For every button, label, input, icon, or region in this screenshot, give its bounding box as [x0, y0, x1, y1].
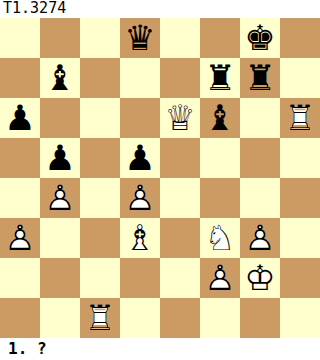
white-pawn-piece-fill: ♟: [120, 178, 160, 218]
square-f4[interactable]: [200, 178, 240, 218]
square-c3[interactable]: [80, 218, 120, 258]
black-queen-piece: ♛: [120, 18, 160, 58]
square-h6[interactable]: ♜♖: [280, 98, 320, 138]
move-prompt: 1. ?: [0, 338, 320, 360]
square-g4[interactable]: [240, 178, 280, 218]
black-rook-piece: ♜: [240, 58, 280, 98]
white-rook-piece: ♖: [280, 98, 320, 138]
white-king-piece-fill: ♚: [240, 258, 280, 298]
square-d2[interactable]: [120, 258, 160, 298]
square-a5[interactable]: [0, 138, 40, 178]
square-f8[interactable]: [200, 18, 240, 58]
white-knight-piece: ♘: [200, 218, 240, 258]
square-c8[interactable]: [80, 18, 120, 58]
square-f7[interactable]: ♜: [200, 58, 240, 98]
square-b5[interactable]: ♟: [40, 138, 80, 178]
square-a6[interactable]: ♟: [0, 98, 40, 138]
square-c7[interactable]: [80, 58, 120, 98]
square-d7[interactable]: [120, 58, 160, 98]
square-h4[interactable]: [280, 178, 320, 218]
square-b2[interactable]: [40, 258, 80, 298]
square-e3[interactable]: [160, 218, 200, 258]
square-f6[interactable]: ♝: [200, 98, 240, 138]
white-pawn-piece: ♙: [40, 178, 80, 218]
white-king-piece: ♔: [240, 258, 280, 298]
square-a3[interactable]: ♟♙: [0, 218, 40, 258]
square-b6[interactable]: [40, 98, 80, 138]
square-f3[interactable]: ♞♘: [200, 218, 240, 258]
square-c6[interactable]: [80, 98, 120, 138]
square-e6[interactable]: ♛♕: [160, 98, 200, 138]
white-rook-piece: ♖: [80, 298, 120, 338]
white-rook-piece-fill: ♜: [280, 98, 320, 138]
square-d8[interactable]: ♛: [120, 18, 160, 58]
square-a2[interactable]: [0, 258, 40, 298]
square-b1[interactable]: [40, 298, 80, 338]
black-bishop-piece: ♝: [40, 58, 80, 98]
square-e2[interactable]: [160, 258, 200, 298]
white-pawn-piece-fill: ♟: [40, 178, 80, 218]
white-pawn-piece-fill: ♟: [200, 258, 240, 298]
white-queen-piece-fill: ♛: [160, 98, 200, 138]
square-h5[interactable]: [280, 138, 320, 178]
square-c4[interactable]: [80, 178, 120, 218]
page-title: T1.3274: [0, 0, 320, 18]
square-h1[interactable]: [280, 298, 320, 338]
square-g7[interactable]: ♜: [240, 58, 280, 98]
square-e5[interactable]: [160, 138, 200, 178]
white-knight-piece-fill: ♞: [200, 218, 240, 258]
square-e8[interactable]: [160, 18, 200, 58]
square-g2[interactable]: ♚♔: [240, 258, 280, 298]
square-b7[interactable]: ♝: [40, 58, 80, 98]
black-bishop-piece: ♝: [200, 98, 240, 138]
white-pawn-piece: ♙: [120, 178, 160, 218]
square-b4[interactable]: ♟♙: [40, 178, 80, 218]
black-pawn-piece: ♟: [40, 138, 80, 178]
white-pawn-piece: ♙: [0, 218, 40, 258]
square-d6[interactable]: [120, 98, 160, 138]
black-pawn-piece: ♟: [0, 98, 40, 138]
square-h7[interactable]: [280, 58, 320, 98]
square-h8[interactable]: [280, 18, 320, 58]
square-d4[interactable]: ♟♙: [120, 178, 160, 218]
square-c2[interactable]: [80, 258, 120, 298]
square-e7[interactable]: [160, 58, 200, 98]
white-pawn-piece: ♙: [240, 218, 280, 258]
square-a4[interactable]: [0, 178, 40, 218]
square-g5[interactable]: [240, 138, 280, 178]
square-h2[interactable]: [280, 258, 320, 298]
square-d1[interactable]: [120, 298, 160, 338]
square-c1[interactable]: ♜♖: [80, 298, 120, 338]
white-bishop-piece-fill: ♝: [120, 218, 160, 258]
black-pawn-piece: ♟: [120, 138, 160, 178]
square-g8[interactable]: ♚: [240, 18, 280, 58]
square-a8[interactable]: [0, 18, 40, 58]
square-b8[interactable]: [40, 18, 80, 58]
square-h3[interactable]: [280, 218, 320, 258]
square-g1[interactable]: [240, 298, 280, 338]
black-rook-piece: ♜: [200, 58, 240, 98]
square-g6[interactable]: [240, 98, 280, 138]
white-pawn-piece-fill: ♟: [0, 218, 40, 258]
square-f1[interactable]: [200, 298, 240, 338]
square-f2[interactable]: ♟♙: [200, 258, 240, 298]
black-king-piece: ♚: [240, 18, 280, 58]
square-a7[interactable]: [0, 58, 40, 98]
square-e4[interactable]: [160, 178, 200, 218]
white-pawn-piece: ♙: [200, 258, 240, 298]
chess-board: ♛♚♝♜♜♟♛♕♝♜♖♟♟♟♙♟♙♟♙♝♗♞♘♟♙♟♙♚♔♜♖: [0, 18, 320, 338]
white-queen-piece: ♕: [160, 98, 200, 138]
square-f5[interactable]: [200, 138, 240, 178]
square-g3[interactable]: ♟♙: [240, 218, 280, 258]
square-b3[interactable]: [40, 218, 80, 258]
white-pawn-piece-fill: ♟: [240, 218, 280, 258]
white-bishop-piece: ♗: [120, 218, 160, 258]
square-c5[interactable]: [80, 138, 120, 178]
white-rook-piece-fill: ♜: [80, 298, 120, 338]
square-d3[interactable]: ♝♗: [120, 218, 160, 258]
square-a1[interactable]: [0, 298, 40, 338]
square-d5[interactable]: ♟: [120, 138, 160, 178]
square-e1[interactable]: [160, 298, 200, 338]
